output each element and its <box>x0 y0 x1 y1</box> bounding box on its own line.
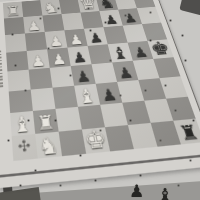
black-pawn[interactable]: ♟ <box>75 69 92 85</box>
black-pawn[interactable]: ♟ <box>71 50 88 65</box>
chess-board: ♜♞♛♞♟♟♟♟♟♟♟♟♟♝♟♚♟♟♝♟♝♜♞♚♜ ✣ <box>0 0 200 188</box>
white-pawn[interactable]: ♟ <box>51 52 67 67</box>
black-pawn[interactable]: ♟ <box>103 14 119 27</box>
square-f8[interactable]: ♞ <box>96 0 119 11</box>
white-pawn[interactable]: ♟ <box>30 54 46 69</box>
black-bishop[interactable]: ♝ <box>110 44 131 62</box>
square-a3[interactable] <box>9 90 33 113</box>
black-knight[interactable]: ♞ <box>98 0 117 11</box>
white-rook[interactable]: ♜ <box>36 112 56 133</box>
table-shadow-top-right <box>179 0 200 16</box>
black-rook[interactable]: ♜ <box>177 122 200 144</box>
captured-black-pawn: ♟ <box>129 183 144 200</box>
white-pawn[interactable]: ♟ <box>48 35 64 49</box>
square-b8[interactable] <box>22 0 43 17</box>
board-edge-inscription <box>0 51 3 90</box>
square-a6[interactable] <box>5 33 27 52</box>
black-pawn[interactable]: ♟ <box>88 31 105 45</box>
white-pawn[interactable]: ♟ <box>27 20 42 34</box>
square-b6[interactable] <box>25 32 47 51</box>
white-pawn[interactable]: ♟ <box>68 33 84 47</box>
square-c8[interactable]: ♞ <box>40 0 61 16</box>
white-rook[interactable]: ♜ <box>5 4 21 18</box>
square-b4[interactable] <box>29 68 53 90</box>
white-bishop[interactable]: ♝ <box>77 86 99 107</box>
chessboard-photo: ♜♞♛♞♟♟♟♟♟♟♟♟♟♝♟♚♟♟♝♟♝♜♞♚♜ ✣ ♟♝ <box>0 0 200 200</box>
black-pawn[interactable]: ♟ <box>117 65 135 81</box>
black-pawn[interactable]: ♟ <box>132 45 150 60</box>
white-bishop[interactable]: ♝ <box>12 113 33 136</box>
black-pawn[interactable]: ♟ <box>122 12 139 25</box>
white-queen[interactable]: ♛ <box>78 0 99 13</box>
square-b2[interactable]: ♜ <box>33 109 59 134</box>
square-a2[interactable]: ♝ <box>10 111 35 136</box>
black-pawn[interactable]: ♟ <box>100 87 119 104</box>
square-a4[interactable] <box>7 70 30 92</box>
square-b1[interactable]: ♞ <box>35 132 62 159</box>
white-king[interactable]: ♚ <box>83 127 109 153</box>
captured-black-bishop: ♝ <box>157 186 173 200</box>
square-a8[interactable]: ♜ <box>3 2 23 19</box>
square-b3[interactable] <box>31 88 56 111</box>
square-e8[interactable]: ♛ <box>77 0 99 13</box>
square-a5[interactable] <box>6 51 28 71</box>
board-emblem-icon: ✣ <box>14 135 35 157</box>
square-b5[interactable]: ♟ <box>27 49 50 69</box>
white-knight[interactable]: ♞ <box>42 0 60 15</box>
square-a7[interactable] <box>4 17 25 35</box>
square-b7[interactable]: ♟ <box>23 16 44 34</box>
white-knight[interactable]: ♞ <box>38 134 60 158</box>
